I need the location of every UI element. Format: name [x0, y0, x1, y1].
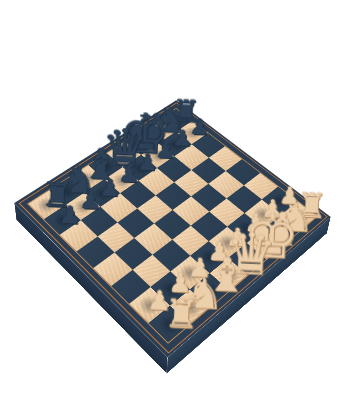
piece-shadow: [265, 190, 292, 211]
piece-shadow: [248, 203, 275, 225]
board-top-face: ♜♞♝♛♚♝♞♜♟♟♟♟♟♟♟♟♟♟♟♟♟♟♟♟♜♞♝♛♚♝♞♜: [14, 100, 330, 357]
chess-board: ♜♞♝♛♚♝♞♜♟♟♟♟♟♟♟♟♟♟♟♟♟♟♟♟♜♞♝♛♚♝♞♜: [27, 108, 318, 344]
chess-box: ♜♞♝♛♚♝♞♜♟♟♟♟♟♟♟♟♟♟♟♟♟♟♟♟♜♞♝♛♚♝♞♜: [14, 100, 330, 357]
chess-set-scene: ♜♞♝♛♚♝♞♜♟♟♟♟♟♟♟♟♟♟♟♟♟♟♟♟♜♞♝♛♚♝♞♜: [0, 0, 345, 400]
product-photo: ♜♞♝♛♚♝♞♜♟♟♟♟♟♟♟♟♟♟♟♟♟♟♟♟♜♞♝♛♚♝♞♜: [0, 0, 345, 400]
